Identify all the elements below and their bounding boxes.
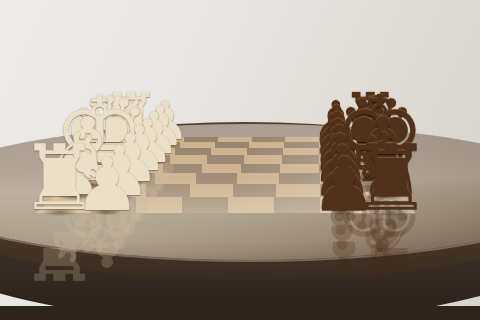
black-rook-h8: ♜	[351, 133, 432, 223]
pieces-layer: ♜♜♟♟♟♟♜♜♞♞♟♟♟♟♞♞♝♝♟♟♟♟♝♝♛♛♟♟♟♟♛♛♚♚♟♟♟♟♚♚…	[0, 0, 480, 320]
scene: ♜♜♟♟♟♟♜♜♞♞♟♟♟♟♞♞♝♝♟♟♟♟♝♝♛♛♟♟♟♟♛♛♚♚♟♟♟♟♚♚…	[0, 0, 480, 320]
white-pawn-h2: ♟	[74, 147, 140, 221]
